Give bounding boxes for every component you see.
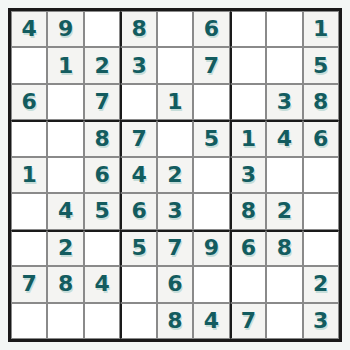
cell-r9c6[interactable]: 4 [193, 303, 229, 339]
cell-r2c6[interactable]: 7 [193, 47, 229, 83]
cell-r9c9[interactable]: 3 [303, 303, 339, 339]
cell-r7c4[interactable]: 5 [120, 230, 156, 266]
cell-r4c3[interactable]: 8 [84, 120, 120, 156]
cell-r8c1[interactable]: 7 [11, 266, 47, 302]
cell-r1c3[interactable] [84, 11, 120, 47]
cell-r6c9[interactable] [303, 193, 339, 229]
cell-r7c2[interactable]: 2 [47, 230, 83, 266]
cell-r6c7[interactable]: 8 [230, 193, 266, 229]
cell-r9c4[interactable] [120, 303, 156, 339]
cell-r1c8[interactable] [266, 11, 302, 47]
cell-r6c2[interactable]: 4 [47, 193, 83, 229]
cell-r5c8[interactable] [266, 157, 302, 193]
cell-r4c8[interactable]: 4 [266, 120, 302, 156]
cell-r7c9[interactable] [303, 230, 339, 266]
cell-r3c2[interactable] [47, 84, 83, 120]
cell-r3c9[interactable]: 8 [303, 84, 339, 120]
cell-r5c1[interactable]: 1 [11, 157, 47, 193]
cell-r6c1[interactable] [11, 193, 47, 229]
cell-r3c6[interactable] [193, 84, 229, 120]
cell-r2c1[interactable] [11, 47, 47, 83]
cell-r9c5[interactable]: 8 [157, 303, 193, 339]
cell-r5c6[interactable] [193, 157, 229, 193]
cell-r6c5[interactable]: 3 [157, 193, 193, 229]
cell-r3c8[interactable]: 3 [266, 84, 302, 120]
cell-r9c8[interactable] [266, 303, 302, 339]
cell-r1c4[interactable]: 8 [120, 11, 156, 47]
cell-r7c5[interactable]: 7 [157, 230, 193, 266]
cell-r7c3[interactable] [84, 230, 120, 266]
cell-r6c4[interactable]: 6 [120, 193, 156, 229]
cell-r2c8[interactable] [266, 47, 302, 83]
cell-r8c5[interactable]: 6 [157, 266, 193, 302]
cell-r8c6[interactable] [193, 266, 229, 302]
cell-r4c2[interactable] [47, 120, 83, 156]
cell-r4c5[interactable] [157, 120, 193, 156]
cell-r2c3[interactable]: 2 [84, 47, 120, 83]
cell-r2c2[interactable]: 1 [47, 47, 83, 83]
cell-r1c9[interactable]: 1 [303, 11, 339, 47]
cell-r5c4[interactable]: 4 [120, 157, 156, 193]
cell-r9c1[interactable] [11, 303, 47, 339]
sudoku-board: 4986112375671388751461642345638225796878… [8, 8, 342, 342]
cell-r4c9[interactable]: 6 [303, 120, 339, 156]
cell-r4c1[interactable] [11, 120, 47, 156]
cell-r1c1[interactable]: 4 [11, 11, 47, 47]
cell-r3c4[interactable] [120, 84, 156, 120]
cell-r1c2[interactable]: 9 [47, 11, 83, 47]
cell-r8c3[interactable]: 4 [84, 266, 120, 302]
cell-r8c7[interactable] [230, 266, 266, 302]
cell-r2c4[interactable]: 3 [120, 47, 156, 83]
cell-r9c2[interactable] [47, 303, 83, 339]
cell-r5c3[interactable]: 6 [84, 157, 120, 193]
cell-r2c7[interactable] [230, 47, 266, 83]
cell-r6c3[interactable]: 5 [84, 193, 120, 229]
cell-r9c3[interactable] [84, 303, 120, 339]
cell-r8c9[interactable]: 2 [303, 266, 339, 302]
cell-r3c5[interactable]: 1 [157, 84, 193, 120]
cell-r3c7[interactable] [230, 84, 266, 120]
cell-r4c7[interactable]: 1 [230, 120, 266, 156]
cell-r7c6[interactable]: 9 [193, 230, 229, 266]
cell-r8c8[interactable] [266, 266, 302, 302]
cell-r5c7[interactable]: 3 [230, 157, 266, 193]
cell-r3c3[interactable]: 7 [84, 84, 120, 120]
cell-r5c9[interactable] [303, 157, 339, 193]
cell-r7c1[interactable] [11, 230, 47, 266]
cell-r9c7[interactable]: 7 [230, 303, 266, 339]
cell-r5c2[interactable] [47, 157, 83, 193]
cell-r2c9[interactable]: 5 [303, 47, 339, 83]
cell-r1c7[interactable] [230, 11, 266, 47]
cell-r6c8[interactable]: 2 [266, 193, 302, 229]
cell-r4c4[interactable]: 7 [120, 120, 156, 156]
cell-r5c5[interactable]: 2 [157, 157, 193, 193]
cell-r7c8[interactable]: 8 [266, 230, 302, 266]
cell-r3c1[interactable]: 6 [11, 84, 47, 120]
cell-r6c6[interactable] [193, 193, 229, 229]
cell-r7c7[interactable]: 6 [230, 230, 266, 266]
cell-r4c6[interactable]: 5 [193, 120, 229, 156]
cell-r1c6[interactable]: 6 [193, 11, 229, 47]
cell-r1c5[interactable] [157, 11, 193, 47]
cell-r8c4[interactable] [120, 266, 156, 302]
cell-r8c2[interactable]: 8 [47, 266, 83, 302]
cell-r2c5[interactable] [157, 47, 193, 83]
